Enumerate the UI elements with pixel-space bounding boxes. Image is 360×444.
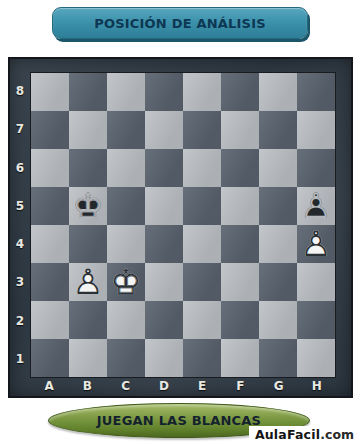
square-f8 [221,73,259,111]
square-b6 [69,149,107,187]
white-pawn-b3: ♟ [69,263,107,301]
square-g7 [259,111,297,149]
file-labels: ABCDEFGH [30,376,336,396]
square-e8 [183,73,221,111]
black-pawn-outline-h5: ♙ [297,187,335,225]
square-d6 [145,149,183,187]
rank-label-6: 6 [10,149,30,187]
watermark-suffix: .com [320,427,354,442]
file-label-b: B [68,376,106,396]
square-c6 [107,149,145,187]
square-e6 [183,149,221,187]
file-label-f: F [221,376,259,396]
file-label-c: C [107,376,145,396]
watermark-brand: AulaFacil [255,427,320,442]
page-title: POSICIÓN DE ANÁLISIS [94,16,266,31]
rank-label-3: 3 [10,263,30,301]
square-c5 [107,187,145,225]
square-a4 [31,225,69,263]
square-f4 [221,225,259,263]
rank-label-1: 1 [10,340,30,378]
square-g2 [259,301,297,339]
square-c1 [107,339,145,377]
square-b8 [69,73,107,111]
square-f7 [221,111,259,149]
square-c4 [107,225,145,263]
square-d1 [145,339,183,377]
square-g6 [259,149,297,187]
rank-label-2: 2 [10,302,30,340]
turn-label: JUEGAN LAS BLANCAS [97,413,261,428]
white-king-outline-c3: ♔ [107,263,145,301]
square-c8 [107,73,145,111]
square-b7 [69,111,107,149]
square-e2 [183,301,221,339]
square-h8 [297,73,335,111]
square-b3: ♟♙ [69,263,107,301]
square-g8 [259,73,297,111]
black-pawn-h5: ♟ [297,187,335,225]
square-b2 [69,301,107,339]
white-pawn-outline-b3: ♙ [69,263,107,301]
square-e4 [183,225,221,263]
square-b4 [69,225,107,263]
square-a7 [31,111,69,149]
square-a6 [31,149,69,187]
square-e5 [183,187,221,225]
square-c3: ♚♔ [107,263,145,301]
square-f1 [221,339,259,377]
square-d2 [145,301,183,339]
square-h3 [297,263,335,301]
black-king-b5: ♚ [69,187,107,225]
rank-labels: 87654321 [10,72,30,378]
board-squares: ♚♔♟♙♟♙♟♙♚♔ [30,72,336,378]
file-label-g: G [260,376,298,396]
rank-label-4: 4 [10,225,30,263]
square-f2 [221,301,259,339]
square-c7 [107,111,145,149]
square-h2 [297,301,335,339]
square-h1 [297,339,335,377]
rank-label-7: 7 [10,110,30,148]
square-a8 [31,73,69,111]
square-d7 [145,111,183,149]
white-king-c3: ♚ [107,263,145,301]
square-a3 [31,263,69,301]
white-pawn-h4: ♟ [297,225,335,263]
square-e3 [183,263,221,301]
square-f5 [221,187,259,225]
square-g3 [259,263,297,301]
square-h4: ♟♙ [297,225,335,263]
square-f6 [221,149,259,187]
square-d3 [145,263,183,301]
square-g4 [259,225,297,263]
white-pawn-outline-h4: ♙ [297,225,335,263]
square-e7 [183,111,221,149]
square-c2 [107,301,145,339]
analysis-diagram: POSICIÓN DE ANÁLISIS 87654321 ♚♔♟♙♟♙♟♙♚♔… [0,0,360,444]
square-d4 [145,225,183,263]
watermark: AulaFacil .com [249,426,356,444]
square-a1 [31,339,69,377]
square-e1 [183,339,221,377]
square-h5: ♟♙ [297,187,335,225]
black-king-outline-b5: ♔ [69,187,107,225]
chess-board: 87654321 ♚♔♟♙♟♙♟♙♚♔ ABCDEFGH [8,57,353,398]
square-f3 [221,263,259,301]
square-h7 [297,111,335,149]
square-a5 [31,187,69,225]
title-banner: POSICIÓN DE ANÁLISIS [52,7,308,39]
square-d8 [145,73,183,111]
square-d5 [145,187,183,225]
square-g1 [259,339,297,377]
rank-label-5: 5 [10,187,30,225]
file-label-e: E [183,376,221,396]
square-b5: ♚♔ [69,187,107,225]
square-a2 [31,301,69,339]
square-b1 [69,339,107,377]
square-g5 [259,187,297,225]
file-label-a: A [30,376,68,396]
file-label-h: H [298,376,336,396]
square-h6 [297,149,335,187]
file-label-d: D [145,376,183,396]
rank-label-8: 8 [10,72,30,110]
